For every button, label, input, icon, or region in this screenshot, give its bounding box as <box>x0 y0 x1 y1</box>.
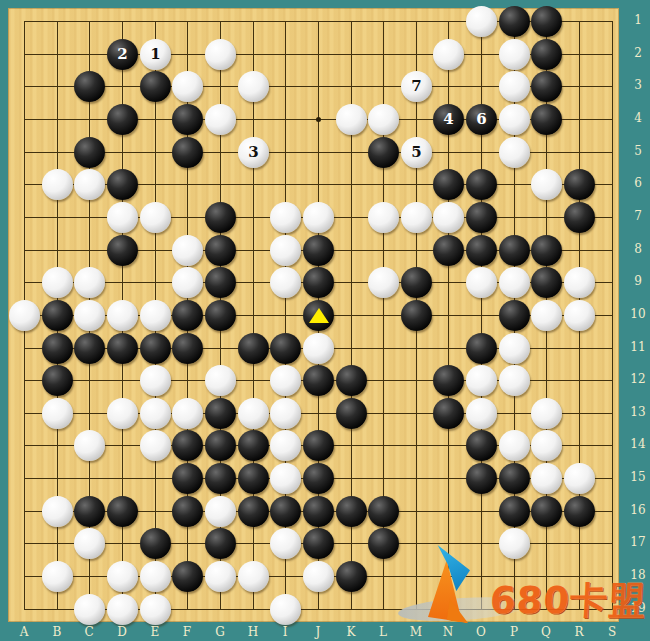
white-stone-H13 <box>238 398 269 429</box>
white-stone-B13 <box>42 398 73 429</box>
black-stone-F11 <box>172 333 203 364</box>
black-stone-O14 <box>466 430 497 461</box>
column-label-F: F <box>177 625 197 639</box>
black-stone-G7 <box>205 202 236 233</box>
column-label-G: G <box>210 625 230 639</box>
white-stone-C14 <box>74 430 105 461</box>
white-stone-I12 <box>270 365 301 396</box>
black-stone-B12 <box>42 365 73 396</box>
white-stone-P4 <box>499 104 530 135</box>
black-stone-N8 <box>433 235 464 266</box>
row-label-9: 9 <box>626 274 650 288</box>
black-stone-J14 <box>303 430 334 461</box>
white-stone-F9 <box>172 267 203 298</box>
column-label-I: I <box>275 625 295 639</box>
board-frame: 2174635 ABCDEFGHIJKLMNOPQRS 123456789101… <box>0 0 650 641</box>
white-stone-L4 <box>368 104 399 135</box>
black-stone-R6 <box>564 169 595 200</box>
row-label-6: 6 <box>626 176 650 190</box>
row-label-8: 8 <box>626 242 650 256</box>
black-stone-G14 <box>205 430 236 461</box>
white-stone-F3 <box>172 71 203 102</box>
black-stone-B10 <box>42 300 73 331</box>
black-stone-G13 <box>205 398 236 429</box>
row-label-2: 2 <box>626 46 650 60</box>
row-label-11: 11 <box>626 340 650 354</box>
black-stone-Q16 <box>531 496 562 527</box>
black-stone-G17 <box>205 528 236 559</box>
black-stone-E11 <box>140 333 171 364</box>
white-stone-K4 <box>336 104 367 135</box>
black-stone-F18 <box>172 561 203 592</box>
white-stone-I8 <box>270 235 301 266</box>
white-stone-D7 <box>107 202 138 233</box>
white-stone-I15 <box>270 463 301 494</box>
white-stone-E19 <box>140 594 171 625</box>
black-stone-N13 <box>433 398 464 429</box>
white-stone-N7 <box>433 202 464 233</box>
black-stone-I16 <box>270 496 301 527</box>
white-stone-H18 <box>238 561 269 592</box>
black-stone-O7 <box>466 202 497 233</box>
black-stone-N4: 4 <box>433 104 464 135</box>
black-stone-J12 <box>303 365 334 396</box>
black-stone-Q2 <box>531 39 562 70</box>
column-label-A: A <box>14 625 34 639</box>
column-label-D: D <box>112 625 132 639</box>
white-stone-O13 <box>466 398 497 429</box>
black-stone-J17 <box>303 528 334 559</box>
black-stone-L16 <box>368 496 399 527</box>
black-stone-B11 <box>42 333 73 364</box>
white-stone-N2 <box>433 39 464 70</box>
white-stone-B9 <box>42 267 73 298</box>
black-stone-J10 <box>303 300 334 331</box>
white-stone-O9 <box>466 267 497 298</box>
black-stone-E17 <box>140 528 171 559</box>
row-label-3: 3 <box>626 78 650 92</box>
black-stone-P15 <box>499 463 530 494</box>
black-stone-J15 <box>303 463 334 494</box>
black-stone-L17 <box>368 528 399 559</box>
white-stone-E12 <box>140 365 171 396</box>
row-label-1: 1 <box>626 13 650 27</box>
black-stone-R7 <box>564 202 595 233</box>
white-stone-E18 <box>140 561 171 592</box>
black-stone-Q8 <box>531 235 562 266</box>
white-stone-E14 <box>140 430 171 461</box>
white-stone-J18 <box>303 561 334 592</box>
triangle-mark <box>309 307 329 322</box>
white-stone-F8 <box>172 235 203 266</box>
white-stone-O12 <box>466 365 497 396</box>
white-stone-I9 <box>270 267 301 298</box>
column-label-S: S <box>602 625 622 639</box>
black-stone-P16 <box>499 496 530 527</box>
white-stone-D18 <box>107 561 138 592</box>
row-label-4: 4 <box>626 111 650 125</box>
white-stone-R10 <box>564 300 595 331</box>
white-stone-D10 <box>107 300 138 331</box>
row-label-14: 14 <box>626 437 650 451</box>
black-stone-P8 <box>499 235 530 266</box>
black-stone-J8 <box>303 235 334 266</box>
black-stone-K12 <box>336 365 367 396</box>
black-stone-C16 <box>74 496 105 527</box>
column-label-J: J <box>308 625 328 639</box>
black-stone-O4: 6 <box>466 104 497 135</box>
white-stone-E10 <box>140 300 171 331</box>
white-stone-I13 <box>270 398 301 429</box>
black-stone-R16 <box>564 496 595 527</box>
white-stone-F13 <box>172 398 203 429</box>
black-stone-H11 <box>238 333 269 364</box>
black-stone-C5 <box>74 137 105 168</box>
black-stone-G9 <box>205 267 236 298</box>
white-stone-P12 <box>499 365 530 396</box>
row-label-15: 15 <box>626 470 650 484</box>
row-label-5: 5 <box>626 144 650 158</box>
black-stone-N6 <box>433 169 464 200</box>
column-label-K: K <box>341 625 361 639</box>
white-stone-M7 <box>401 202 432 233</box>
black-stone-H14 <box>238 430 269 461</box>
black-stone-D16 <box>107 496 138 527</box>
black-stone-D2: 2 <box>107 39 138 70</box>
black-stone-C11 <box>74 333 105 364</box>
white-stone-B6 <box>42 169 73 200</box>
white-stone-L7 <box>368 202 399 233</box>
goban[interactable]: 2174635 <box>8 8 619 622</box>
black-stone-Q9 <box>531 267 562 298</box>
black-stone-H16 <box>238 496 269 527</box>
black-stone-M10 <box>401 300 432 331</box>
white-stone-J11 <box>303 333 334 364</box>
column-label-M: M <box>406 625 426 639</box>
white-stone-C10 <box>74 300 105 331</box>
white-stone-I17 <box>270 528 301 559</box>
black-stone-G8 <box>205 235 236 266</box>
row-label-13: 13 <box>626 405 650 419</box>
black-stone-Q1 <box>531 6 562 37</box>
white-stone-Q6 <box>531 169 562 200</box>
black-stone-H15 <box>238 463 269 494</box>
white-stone-G12 <box>205 365 236 396</box>
column-label-Q: Q <box>536 625 556 639</box>
white-stone-J7 <box>303 202 334 233</box>
white-stone-P11 <box>499 333 530 364</box>
white-stone-P2 <box>499 39 530 70</box>
black-stone-F16 <box>172 496 203 527</box>
column-label-H: H <box>243 625 263 639</box>
black-stone-O15 <box>466 463 497 494</box>
column-label-R: R <box>569 625 589 639</box>
white-stone-I7 <box>270 202 301 233</box>
black-stone-L5 <box>368 137 399 168</box>
white-stone-R15 <box>564 463 595 494</box>
black-stone-O6 <box>466 169 497 200</box>
white-stone-P17 <box>499 528 530 559</box>
white-stone-E13 <box>140 398 171 429</box>
white-stone-B18 <box>42 561 73 592</box>
white-stone-M3: 7 <box>401 71 432 102</box>
white-stone-I14 <box>270 430 301 461</box>
white-stone-C17 <box>74 528 105 559</box>
white-stone-C19 <box>74 594 105 625</box>
white-stone-G4 <box>205 104 236 135</box>
black-stone-I11 <box>270 333 301 364</box>
white-stone-P9 <box>499 267 530 298</box>
white-stone-E7 <box>140 202 171 233</box>
white-stone-G18 <box>205 561 236 592</box>
white-stone-B16 <box>42 496 73 527</box>
white-stone-D13 <box>107 398 138 429</box>
black-stone-K16 <box>336 496 367 527</box>
white-stone-H3 <box>238 71 269 102</box>
black-stone-O8 <box>466 235 497 266</box>
black-stone-G15 <box>205 463 236 494</box>
white-stone-P3 <box>499 71 530 102</box>
row-label-7: 7 <box>626 209 650 223</box>
black-stone-D4 <box>107 104 138 135</box>
white-stone-L9 <box>368 267 399 298</box>
column-label-N: N <box>438 625 458 639</box>
white-stone-Q14 <box>531 430 562 461</box>
black-stone-D11 <box>107 333 138 364</box>
star-point <box>316 117 321 122</box>
black-stone-J16 <box>303 496 334 527</box>
black-stone-E3 <box>140 71 171 102</box>
white-stone-Q13 <box>531 398 562 429</box>
row-label-18: 18 <box>626 568 650 582</box>
black-stone-F5 <box>172 137 203 168</box>
row-label-16: 16 <box>626 503 650 517</box>
black-stone-F15 <box>172 463 203 494</box>
row-label-17: 17 <box>626 535 650 549</box>
black-stone-K13 <box>336 398 367 429</box>
black-stone-J9 <box>303 267 334 298</box>
black-stone-O11 <box>466 333 497 364</box>
column-label-L: L <box>373 625 393 639</box>
black-stone-Q3 <box>531 71 562 102</box>
white-stone-A10 <box>9 300 40 331</box>
row-label-12: 12 <box>626 372 650 386</box>
column-label-P: P <box>504 625 524 639</box>
white-stone-G2 <box>205 39 236 70</box>
black-stone-C3 <box>74 71 105 102</box>
black-stone-D6 <box>107 169 138 200</box>
white-stone-I19 <box>270 594 301 625</box>
black-stone-P10 <box>499 300 530 331</box>
white-stone-P5 <box>499 137 530 168</box>
black-stone-F4 <box>172 104 203 135</box>
column-label-E: E <box>145 625 165 639</box>
row-label-19: 19 <box>626 601 650 615</box>
black-stone-F14 <box>172 430 203 461</box>
black-stone-G10 <box>205 300 236 331</box>
white-stone-D19 <box>107 594 138 625</box>
white-stone-Q10 <box>531 300 562 331</box>
row-label-10: 10 <box>626 307 650 321</box>
black-stone-N12 <box>433 365 464 396</box>
black-stone-M9 <box>401 267 432 298</box>
black-stone-P1 <box>499 6 530 37</box>
white-stone-M5: 5 <box>401 137 432 168</box>
white-stone-C6 <box>74 169 105 200</box>
white-stone-Q15 <box>531 463 562 494</box>
white-stone-H5: 3 <box>238 137 269 168</box>
white-stone-C9 <box>74 267 105 298</box>
grid-line-v <box>612 21 613 610</box>
black-stone-K18 <box>336 561 367 592</box>
column-label-C: C <box>79 625 99 639</box>
black-stone-D8 <box>107 235 138 266</box>
black-stone-Q4 <box>531 104 562 135</box>
white-stone-P14 <box>499 430 530 461</box>
black-stone-F10 <box>172 300 203 331</box>
column-label-O: O <box>471 625 491 639</box>
white-stone-O1 <box>466 6 497 37</box>
white-stone-E2: 1 <box>140 39 171 70</box>
white-stone-R9 <box>564 267 595 298</box>
column-label-B: B <box>47 625 67 639</box>
white-stone-G16 <box>205 496 236 527</box>
